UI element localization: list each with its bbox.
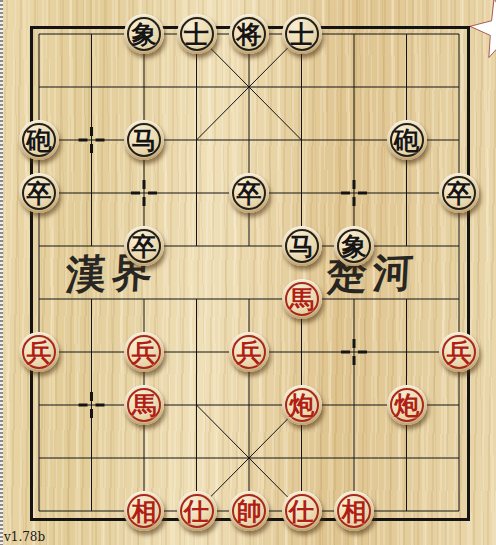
piece-glyph: 仕 [184,499,209,524]
piece-red-horse[interactable]: 馬 [282,279,322,319]
piece-red-elephant[interactable]: 相 [334,491,374,531]
piece-glyph: 相 [132,499,157,524]
piece-black-horse[interactable]: 马 [124,120,164,160]
piece-glyph: 马 [289,234,314,259]
piece-black-advisor[interactable]: 士 [282,14,322,54]
piece-glyph: 馬 [289,287,314,312]
piece-glyph: 兵 [447,340,472,365]
piece-glyph: 馬 [132,393,157,418]
piece-glyph: 卒 [27,181,52,206]
piece-red-cannon[interactable]: 炮 [387,385,427,425]
piece-red-soldier[interactable]: 兵 [229,332,269,372]
piece-black-cannon[interactable]: 砲 [19,120,59,160]
piece-glyph: 士 [289,22,314,47]
piece-red-advisor[interactable]: 仕 [177,491,217,531]
version-label: v1.78b [4,530,45,544]
piece-black-soldier[interactable]: 卒 [19,173,59,213]
piece-glyph: 相 [342,499,367,524]
piece-red-soldier[interactable]: 兵 [124,332,164,372]
piece-red-horse[interactable]: 馬 [124,385,164,425]
piece-glyph: 砲 [27,128,52,153]
piece-red-advisor[interactable]: 仕 [282,491,322,531]
piece-glyph: 马 [132,128,157,153]
left-edge-strip [0,0,3,545]
piece-glyph: 士 [184,22,209,47]
piece-glyph: 炮 [394,393,419,418]
piece-black-horse[interactable]: 马 [282,226,322,266]
piece-black-cannon[interactable]: 砲 [387,120,427,160]
piece-glyph: 兵 [237,340,262,365]
piece-glyph: 象 [132,22,157,47]
piece-black-soldier[interactable]: 卒 [229,173,269,213]
piece-black-soldier[interactable]: 卒 [439,173,479,213]
piece-black-general[interactable]: 将 [229,14,269,54]
piece-glyph: 仕 [289,499,314,524]
piece-glyph: 象 [342,234,367,259]
piece-glyph: 帥 [237,499,262,524]
piece-glyph: 炮 [289,393,314,418]
piece-red-soldier[interactable]: 兵 [439,332,479,372]
piece-black-soldier[interactable]: 卒 [124,226,164,266]
piece-red-general[interactable]: 帥 [229,491,269,531]
piece-red-soldier[interactable]: 兵 [19,332,59,372]
piece-glyph: 兵 [132,340,157,365]
piece-glyph: 卒 [447,181,472,206]
piece-black-elephant[interactable]: 象 [124,14,164,54]
piece-glyph: 卒 [237,181,262,206]
piece-black-elephant[interactable]: 象 [334,226,374,266]
piece-red-cannon[interactable]: 炮 [282,385,322,425]
piece-glyph: 卒 [132,234,157,259]
piece-glyph: 砲 [394,128,419,153]
piece-glyph: 兵 [27,340,52,365]
piece-black-advisor[interactable]: 士 [177,14,217,54]
piece-glyph: 将 [237,22,262,47]
piece-red-elephant[interactable]: 相 [124,491,164,531]
pieces-layer: 象士将士砲马砲卒卒卒卒马象馬兵兵兵兵馬炮炮相仕帥仕相 [0,0,496,545]
